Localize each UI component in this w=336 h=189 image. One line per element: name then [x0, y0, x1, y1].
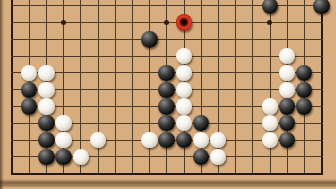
stone-black: [279, 132, 295, 148]
stone-white: [141, 132, 157, 148]
stone-black: [141, 31, 157, 47]
stone-white: [38, 82, 54, 98]
stone-last-move-red: [176, 14, 192, 30]
star-point: [267, 20, 272, 25]
stone-black: [193, 115, 209, 131]
stone-black: [158, 115, 174, 131]
stone-black: [158, 132, 174, 148]
board-left-edge-shadow: [0, 0, 4, 189]
stone-white: [176, 65, 192, 81]
stone-white: [55, 132, 71, 148]
stone-black: [38, 132, 54, 148]
stone-white: [21, 65, 37, 81]
stone-black: [296, 98, 312, 114]
stone-black: [193, 149, 209, 165]
stone-black: [21, 98, 37, 114]
stone-layer: [3, 0, 330, 182]
stone-white: [90, 132, 106, 148]
star-point: [61, 20, 66, 25]
stone-black: [313, 0, 329, 14]
stone-white: [262, 115, 278, 131]
stone-white: [210, 132, 226, 148]
stone-black: [38, 149, 54, 165]
stone-black: [176, 132, 192, 148]
stone-white: [73, 149, 89, 165]
stone-black: [55, 149, 71, 165]
stone-white: [279, 65, 295, 81]
stone-black: [21, 82, 37, 98]
stone-black: [158, 98, 174, 114]
stone-white: [176, 98, 192, 114]
star-point: [164, 20, 169, 25]
stone-white: [279, 48, 295, 64]
stone-black: [158, 65, 174, 81]
stone-black: [296, 82, 312, 98]
stone-white: [176, 115, 192, 131]
stone-white: [193, 132, 209, 148]
go-app-screen: [0, 0, 336, 189]
stone-white: [55, 115, 71, 131]
stone-white: [262, 98, 278, 114]
stone-white: [176, 48, 192, 64]
stone-white: [262, 132, 278, 148]
stone-white: [176, 82, 192, 98]
stone-black: [262, 0, 278, 14]
stone-white: [210, 149, 226, 165]
board-bottom-edge-shadow: [0, 179, 336, 187]
stone-black: [296, 65, 312, 81]
stone-black: [279, 115, 295, 131]
stone-white: [38, 98, 54, 114]
stone-white: [279, 82, 295, 98]
go-board[interactable]: [0, 0, 336, 189]
stone-black: [279, 98, 295, 114]
stone-white: [38, 65, 54, 81]
stone-black: [38, 115, 54, 131]
stone-black: [158, 82, 174, 98]
